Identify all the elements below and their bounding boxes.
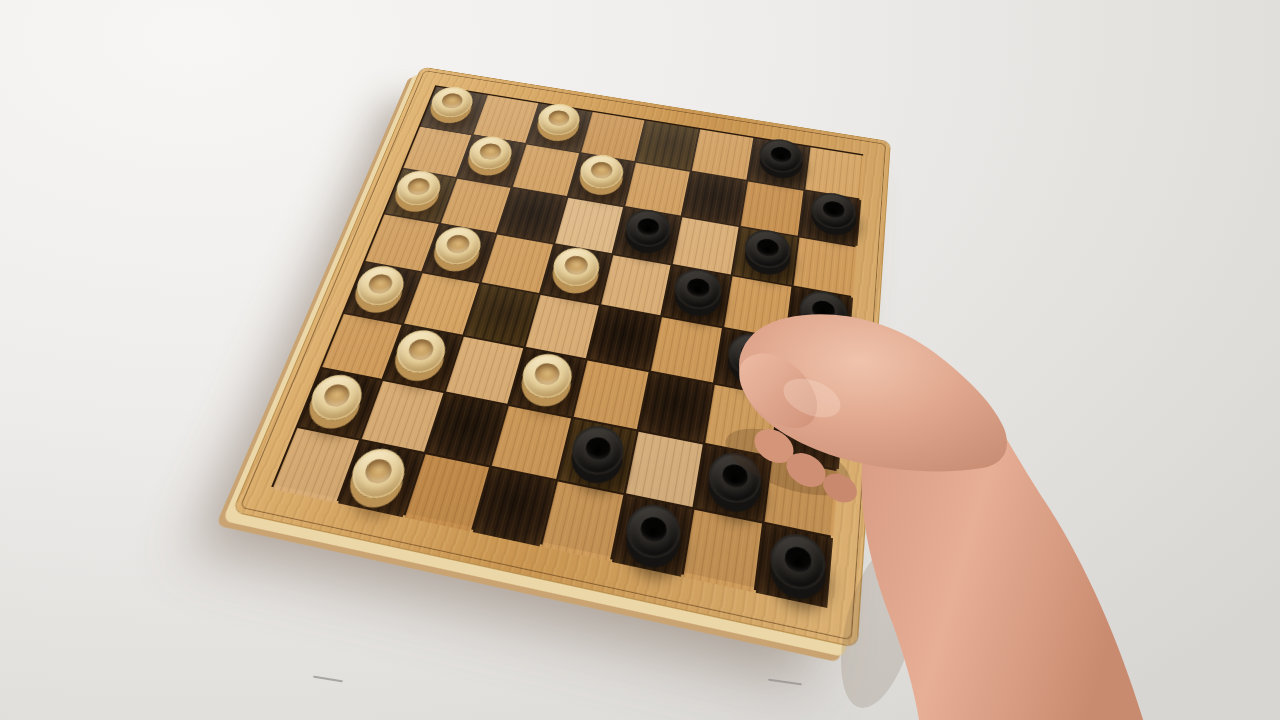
black-piece[interactable] xyxy=(742,227,792,272)
white-piece[interactable] xyxy=(304,371,368,425)
square-r2c3[interactable] xyxy=(555,198,623,253)
black-piece[interactable] xyxy=(671,266,724,313)
square-r5c3[interactable] xyxy=(509,349,585,417)
square-r7c4[interactable] xyxy=(542,482,624,562)
square-r3c6[interactable] xyxy=(724,276,791,338)
table-scratch-mark xyxy=(768,679,802,686)
square-r4c6[interactable] xyxy=(715,329,785,395)
square-r2c6[interactable] xyxy=(733,227,798,285)
square-r7c2[interactable] xyxy=(405,454,489,531)
square-r7c7[interactable] xyxy=(756,524,833,608)
square-r3c0[interactable] xyxy=(365,214,438,271)
black-piece-touched[interactable] xyxy=(725,330,779,381)
square-r5c7[interactable] xyxy=(773,397,844,469)
square-r0c2[interactable] xyxy=(527,104,591,152)
white-piece[interactable] xyxy=(350,263,409,310)
square-r6c4[interactable] xyxy=(558,419,636,493)
square-r3c2[interactable] xyxy=(482,235,553,293)
white-piece[interactable] xyxy=(345,444,411,503)
black-piece[interactable] xyxy=(757,136,804,175)
square-r2c5[interactable] xyxy=(673,217,739,274)
square-r4c3[interactable] xyxy=(526,295,599,358)
square-r7c5[interactable] xyxy=(612,495,692,576)
forearm xyxy=(862,430,1145,720)
black-piece[interactable] xyxy=(622,500,684,563)
white-piece[interactable] xyxy=(391,168,446,209)
square-r7c3[interactable] xyxy=(473,468,556,547)
photo-scene xyxy=(0,0,1280,720)
square-r2c2[interactable] xyxy=(498,188,567,243)
square-r7c6[interactable] xyxy=(683,510,762,593)
checkers-board xyxy=(233,67,890,647)
square-r4c0[interactable] xyxy=(345,263,421,324)
square-r5c6[interactable] xyxy=(705,385,777,456)
white-piece[interactable] xyxy=(549,244,604,290)
square-r6c6[interactable] xyxy=(695,445,770,521)
square-r1c4[interactable] xyxy=(625,163,689,216)
board-grid xyxy=(271,85,863,605)
square-r0c6[interactable] xyxy=(748,138,809,189)
square-r6c5[interactable] xyxy=(626,432,703,507)
square-r0c4[interactable] xyxy=(636,121,698,171)
square-r3c7[interactable] xyxy=(787,287,853,350)
white-piece[interactable] xyxy=(390,326,451,377)
black-piece[interactable] xyxy=(705,448,764,507)
square-r5c4[interactable] xyxy=(574,360,649,429)
square-r1c7[interactable] xyxy=(800,191,862,246)
square-r2c7[interactable] xyxy=(794,238,858,297)
square-r0c3[interactable] xyxy=(581,112,644,161)
square-r4c7[interactable] xyxy=(780,340,849,407)
square-r2c4[interactable] xyxy=(614,207,681,263)
square-r6c3[interactable] xyxy=(492,406,571,479)
white-piece[interactable] xyxy=(430,224,486,268)
square-r0c5[interactable] xyxy=(692,129,753,179)
white-piece[interactable] xyxy=(534,101,584,138)
white-piece[interactable] xyxy=(517,350,576,403)
square-r6c7[interactable] xyxy=(765,458,839,536)
board-frame xyxy=(233,67,890,647)
square-r3c4[interactable] xyxy=(601,255,670,315)
square-r4c4[interactable] xyxy=(588,306,660,370)
black-piece[interactable] xyxy=(567,422,628,479)
square-r5c5[interactable] xyxy=(639,373,713,443)
square-r5c0[interactable] xyxy=(322,314,401,379)
black-piece[interactable] xyxy=(797,288,848,336)
square-r0c0[interactable] xyxy=(421,87,487,134)
table-scratch-mark xyxy=(313,676,343,683)
square-r3c5[interactable] xyxy=(662,266,730,327)
square-r3c3[interactable] xyxy=(541,245,611,304)
square-r1c3[interactable] xyxy=(569,154,634,206)
square-r1c5[interactable] xyxy=(683,172,747,225)
square-r0c7[interactable] xyxy=(805,147,865,199)
square-r4c5[interactable] xyxy=(651,317,722,382)
square-r1c2[interactable] xyxy=(513,145,579,196)
square-r1c6[interactable] xyxy=(741,181,804,235)
black-piece[interactable] xyxy=(768,529,828,594)
white-piece[interactable] xyxy=(427,84,478,120)
